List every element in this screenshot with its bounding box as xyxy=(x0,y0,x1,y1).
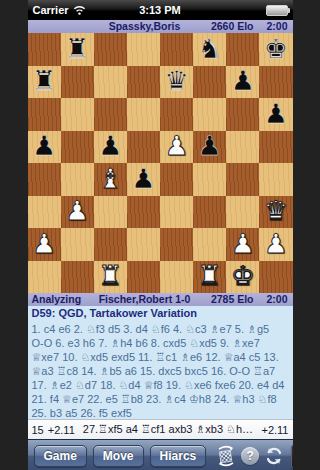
game-button[interactable]: Game xyxy=(34,445,87,467)
square-h8[interactable]: ♚ xyxy=(259,33,292,66)
square-e8[interactable] xyxy=(160,33,193,66)
black-pawn: ♟ xyxy=(198,132,222,159)
white-rook: ♜ xyxy=(98,262,122,289)
square-e5[interactable]: ♟ xyxy=(160,131,193,164)
analysis-score-right: +2.11 xyxy=(261,424,288,436)
square-d7[interactable] xyxy=(127,66,160,99)
chess-app-screen: Carrier 3:13 PM Spassky,Boris 2660 Elo 2… xyxy=(28,0,293,470)
white-queen: ♛ xyxy=(264,197,288,224)
square-c1[interactable]: ♜ xyxy=(94,261,127,294)
opening-name: D59: QGD, Tartakower Variation xyxy=(28,306,293,321)
white-pawn: ♟ xyxy=(231,230,255,257)
square-f7[interactable] xyxy=(193,66,226,99)
square-b5[interactable] xyxy=(61,131,94,164)
black-knight: ♞ xyxy=(198,35,222,62)
square-a5[interactable]: ♟ xyxy=(28,131,61,164)
square-h7[interactable] xyxy=(259,66,292,99)
white-pawn: ♟ xyxy=(65,197,89,224)
move-line[interactable]: ♕xe7 10. ♘xd5 exd5 11. ♖c1 ♗e6 12. ♕a4 c… xyxy=(32,350,289,364)
status-bar: Carrier 3:13 PM xyxy=(28,0,293,20)
black-queen: ♛ xyxy=(164,67,188,94)
square-g8[interactable] xyxy=(226,33,259,66)
square-b3[interactable]: ♟ xyxy=(61,196,94,229)
move-line[interactable]: O-O 6. e3 h6 7. ♗h4 b6 8. cxd5 ♘xd5 9. ♗… xyxy=(32,336,289,350)
square-h2[interactable]: ♟ xyxy=(259,228,292,261)
square-a7[interactable]: ♜ xyxy=(28,66,61,99)
white-king: ♚ xyxy=(231,262,255,289)
white-pawn: ♟ xyxy=(32,230,56,257)
square-b8[interactable]: ♜ xyxy=(61,33,94,66)
square-d6[interactable] xyxy=(127,98,160,131)
square-g1[interactable]: ♚ xyxy=(226,261,259,294)
square-f4[interactable] xyxy=(193,163,226,196)
square-c5[interactable]: ♟ xyxy=(94,131,127,164)
square-f6[interactable] xyxy=(193,98,226,131)
carrier-label: Carrier xyxy=(33,4,69,16)
black-pawn: ♟ xyxy=(32,132,56,159)
square-f3[interactable] xyxy=(193,196,226,229)
square-d4[interactable]: ♟ xyxy=(127,163,160,196)
black-pawn: ♟ xyxy=(264,100,288,127)
square-e2[interactable] xyxy=(160,228,193,261)
square-c3[interactable] xyxy=(94,196,127,229)
black-rook: ♜ xyxy=(65,35,89,62)
square-f1[interactable]: ♜ xyxy=(193,261,226,294)
square-a6[interactable] xyxy=(28,98,61,131)
bottom-player-clock: 2:00 xyxy=(254,293,293,306)
bottom-player-name: Fischer,Robert 1-0 xyxy=(92,293,198,306)
analysis-score: +2.11 xyxy=(48,424,75,436)
hiarcs-button[interactable]: Hiarcs xyxy=(150,445,207,467)
square-g6[interactable] xyxy=(226,98,259,131)
square-g2[interactable]: ♟ xyxy=(226,228,259,261)
square-g4[interactable] xyxy=(226,163,259,196)
white-pawn: ♟ xyxy=(164,132,188,159)
black-pawn: ♟ xyxy=(231,67,255,94)
square-a1[interactable] xyxy=(28,261,61,294)
square-d5[interactable] xyxy=(127,131,160,164)
battery-icon xyxy=(266,5,288,16)
square-c7[interactable] xyxy=(94,66,127,99)
top-player-clock: 2:00 xyxy=(254,20,293,33)
top-player-elo: 2660 Elo xyxy=(198,20,254,33)
analysis-depth: 15 xyxy=(32,424,44,436)
black-pawn: ♟ xyxy=(98,132,122,159)
move-line[interactable]: 17. ♗e2 ♘d7 18. ♘d4 ♕f8 19. ♘xe6 fxe6 20… xyxy=(32,378,289,392)
square-a2[interactable]: ♟ xyxy=(28,228,61,261)
square-h1[interactable] xyxy=(259,261,292,294)
square-e3[interactable] xyxy=(160,196,193,229)
bottom-toolbar: Game Move Hiarcs xyxy=(28,439,293,470)
square-c6[interactable] xyxy=(94,98,127,131)
square-a3[interactable] xyxy=(28,196,61,229)
black-rook: ♜ xyxy=(32,67,56,94)
square-a4[interactable] xyxy=(28,163,61,196)
analysis-principal-variation: 27.♖xf5 a4 ♖cf1 axb3 ♗xb3 ♘h7... xyxy=(83,423,256,436)
top-player-name: Spassky,Boris xyxy=(92,20,198,33)
square-b1[interactable] xyxy=(61,261,94,294)
chess-board[interactable]: ♜♞♚♜♛♟♟♟♟♟♟♝♟♟♛♟♟♟♜♜♚ xyxy=(28,33,293,293)
square-f5[interactable]: ♟ xyxy=(193,131,226,164)
square-h5[interactable] xyxy=(259,131,292,164)
engine-status-label: Analyzing xyxy=(28,293,92,306)
square-e4[interactable] xyxy=(160,163,193,196)
black-pawn: ♟ xyxy=(131,165,155,192)
white-pawn: ♟ xyxy=(264,230,288,257)
move-list[interactable]: 1. c4 e6 2. ♘f3 d5 3. d4 ♘f6 4. ♘c3 ♗e7 … xyxy=(28,321,293,419)
move-line[interactable]: ♕a3 ♖c8 14. ♗b5 a6 15. dxc5 bxc5 16. O-O… xyxy=(32,364,289,378)
square-d1[interactable] xyxy=(127,261,160,294)
bottom-player-bar: Analyzing Fischer,Robert 1-0 2785 Elo 2:… xyxy=(28,293,293,306)
square-d8[interactable] xyxy=(127,33,160,66)
square-h6[interactable]: ♟ xyxy=(259,98,292,131)
square-g3[interactable] xyxy=(226,196,259,229)
bottom-player-elo: 2785 Elo xyxy=(198,293,254,306)
square-c2[interactable] xyxy=(94,228,127,261)
square-c4[interactable]: ♝ xyxy=(94,163,127,196)
square-e6[interactable] xyxy=(160,98,193,131)
square-f8[interactable]: ♞ xyxy=(193,33,226,66)
clock-time: 3:13 PM xyxy=(111,4,210,16)
black-king: ♚ xyxy=(264,35,288,62)
square-h3[interactable]: ♛ xyxy=(259,196,292,229)
square-b6[interactable] xyxy=(61,98,94,131)
move-line[interactable]: 25. b3 a5 26. f5 exf5 xyxy=(32,406,289,420)
engine-analysis-bar: 15 +2.11 27.♖xf5 a4 ♖cf1 axb3 ♗xb3 ♘h7..… xyxy=(28,419,293,439)
help-icon[interactable]: ? xyxy=(238,444,262,468)
wifi-icon xyxy=(73,5,86,15)
square-g7[interactable]: ♟ xyxy=(226,66,259,99)
square-e1[interactable] xyxy=(160,261,193,294)
square-d2[interactable] xyxy=(127,228,160,261)
move-button[interactable]: Move xyxy=(93,445,144,467)
flip-board-icon[interactable] xyxy=(214,444,238,468)
square-c8[interactable] xyxy=(94,33,127,66)
move-line[interactable]: 1. c4 e6 2. ♘f3 d5 3. d4 ♘f6 4. ♘c3 ♗e7 … xyxy=(32,322,289,336)
white-rook: ♜ xyxy=(198,262,222,289)
square-e7[interactable]: ♛ xyxy=(160,66,193,99)
square-b7[interactable] xyxy=(61,66,94,99)
refresh-icon[interactable] xyxy=(262,444,286,468)
square-h4[interactable] xyxy=(259,163,292,196)
engine-status-icon[interactable] xyxy=(286,444,292,468)
top-player-bar: Spassky,Boris 2660 Elo 2:00 xyxy=(28,20,293,33)
white-bishop: ♝ xyxy=(98,165,122,192)
square-d3[interactable] xyxy=(127,196,160,229)
square-a8[interactable] xyxy=(28,33,61,66)
square-g5[interactable] xyxy=(226,131,259,164)
square-f2[interactable] xyxy=(193,228,226,261)
move-line[interactable]: 21. f4 ♕e7 22. e5 ♖b8 23. ♗c4 ♔h8 24. ♕h… xyxy=(32,392,289,406)
square-b4[interactable] xyxy=(61,163,94,196)
square-b2[interactable] xyxy=(61,228,94,261)
